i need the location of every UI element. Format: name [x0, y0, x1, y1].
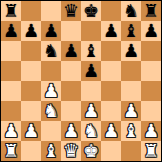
- square-h4[interactable]: [141, 81, 161, 101]
- piece-black-queen[interactable]: ♛: [63, 1, 79, 21]
- chess-board: ♜♛♚♞♜♟♟♟♟♝♟♞♟♝♟♟♟♞♟♟♟♟♟♞♟♝♟♜♝♛♚♜: [0, 0, 162, 162]
- square-h1[interactable]: ♜: [141, 141, 161, 161]
- square-f8[interactable]: [101, 1, 121, 21]
- square-d2[interactable]: ♟: [61, 121, 81, 141]
- piece-white-bishop[interactable]: ♝: [123, 121, 139, 141]
- square-b7[interactable]: ♟: [21, 21, 41, 41]
- square-d3[interactable]: [61, 101, 81, 121]
- piece-white-king[interactable]: ♚: [83, 141, 99, 161]
- piece-black-knight[interactable]: ♞: [43, 41, 59, 61]
- piece-black-pawn[interactable]: ♟: [43, 21, 59, 41]
- piece-white-pawn[interactable]: ♟: [23, 121, 39, 141]
- square-d1[interactable]: ♛: [61, 141, 81, 161]
- square-g4[interactable]: [121, 81, 141, 101]
- square-a5[interactable]: [1, 61, 21, 81]
- piece-white-queen[interactable]: ♛: [63, 141, 79, 161]
- piece-white-rook[interactable]: ♜: [3, 141, 19, 161]
- square-e2[interactable]: ♞: [81, 121, 101, 141]
- piece-black-pawn[interactable]: ♟: [23, 21, 39, 41]
- square-g5[interactable]: [121, 61, 141, 81]
- square-g1[interactable]: [121, 141, 141, 161]
- square-d8[interactable]: ♛: [61, 1, 81, 21]
- square-c4[interactable]: ♟: [41, 81, 61, 101]
- piece-white-pawn[interactable]: ♟: [143, 121, 159, 141]
- square-h2[interactable]: ♟: [141, 121, 161, 141]
- square-a1[interactable]: ♜: [1, 141, 21, 161]
- square-b5[interactable]: [21, 61, 41, 81]
- piece-black-rook[interactable]: ♜: [143, 1, 159, 21]
- square-d4[interactable]: [61, 81, 81, 101]
- piece-black-bishop[interactable]: ♝: [83, 41, 99, 61]
- square-c6[interactable]: ♞: [41, 41, 61, 61]
- square-e6[interactable]: ♝: [81, 41, 101, 61]
- piece-white-pawn[interactable]: ♟: [43, 81, 59, 101]
- piece-white-pawn[interactable]: ♟: [3, 121, 19, 141]
- square-h5[interactable]: [141, 61, 161, 81]
- piece-black-pawn[interactable]: ♟: [123, 41, 139, 61]
- square-e8[interactable]: ♚: [81, 1, 101, 21]
- square-d6[interactable]: ♟: [61, 41, 81, 61]
- piece-white-pawn[interactable]: ♟: [123, 101, 139, 121]
- piece-white-rook[interactable]: ♜: [143, 141, 159, 161]
- square-a2[interactable]: ♟: [1, 121, 21, 141]
- piece-black-pawn[interactable]: ♟: [63, 41, 79, 61]
- square-g2[interactable]: ♝: [121, 121, 141, 141]
- square-d5[interactable]: [61, 61, 81, 81]
- square-d7[interactable]: [61, 21, 81, 41]
- piece-white-knight[interactable]: ♞: [43, 101, 59, 121]
- square-a4[interactable]: [1, 81, 21, 101]
- piece-white-pawn[interactable]: ♟: [63, 121, 79, 141]
- square-c2[interactable]: [41, 121, 61, 141]
- piece-white-knight[interactable]: ♞: [83, 121, 99, 141]
- square-g3[interactable]: ♟: [121, 101, 141, 121]
- piece-black-pawn[interactable]: ♟: [103, 21, 119, 41]
- square-b4[interactable]: [21, 81, 41, 101]
- square-e4[interactable]: [81, 81, 101, 101]
- square-f4[interactable]: [101, 81, 121, 101]
- square-b3[interactable]: [21, 101, 41, 121]
- square-h6[interactable]: [141, 41, 161, 61]
- square-f7[interactable]: ♟: [101, 21, 121, 41]
- piece-black-rook[interactable]: ♜: [3, 1, 19, 21]
- square-c5[interactable]: [41, 61, 61, 81]
- square-e3[interactable]: ♟: [81, 101, 101, 121]
- square-f5[interactable]: [101, 61, 121, 81]
- square-b2[interactable]: ♟: [21, 121, 41, 141]
- piece-white-bishop[interactable]: ♝: [43, 141, 59, 161]
- square-b6[interactable]: [21, 41, 41, 61]
- square-e7[interactable]: [81, 21, 101, 41]
- square-c3[interactable]: ♞: [41, 101, 61, 121]
- square-e1[interactable]: ♚: [81, 141, 101, 161]
- piece-black-pawn[interactable]: ♟: [83, 61, 99, 81]
- square-g8[interactable]: ♞: [121, 1, 141, 21]
- square-c7[interactable]: ♟: [41, 21, 61, 41]
- piece-white-pawn[interactable]: ♟: [103, 121, 119, 141]
- square-f2[interactable]: ♟: [101, 121, 121, 141]
- square-c8[interactable]: [41, 1, 61, 21]
- square-h3[interactable]: [141, 101, 161, 121]
- square-f3[interactable]: [101, 101, 121, 121]
- square-g6[interactable]: ♟: [121, 41, 141, 61]
- square-a7[interactable]: ♟: [1, 21, 21, 41]
- piece-black-knight[interactable]: ♞: [123, 1, 139, 21]
- piece-black-pawn[interactable]: ♟: [143, 21, 159, 41]
- square-e5[interactable]: ♟: [81, 61, 101, 81]
- square-b8[interactable]: [21, 1, 41, 21]
- piece-black-king[interactable]: ♚: [83, 1, 99, 21]
- square-f6[interactable]: [101, 41, 121, 61]
- square-a6[interactable]: [1, 41, 21, 61]
- square-g7[interactable]: ♝: [121, 21, 141, 41]
- square-f1[interactable]: [101, 141, 121, 161]
- piece-black-pawn[interactable]: ♟: [3, 21, 19, 41]
- square-h7[interactable]: ♟: [141, 21, 161, 41]
- piece-white-pawn[interactable]: ♟: [83, 101, 99, 121]
- square-c1[interactable]: ♝: [41, 141, 61, 161]
- square-a8[interactable]: ♜: [1, 1, 21, 21]
- square-h8[interactable]: ♜: [141, 1, 161, 21]
- square-a3[interactable]: [1, 101, 21, 121]
- square-b1[interactable]: [21, 141, 41, 161]
- piece-black-bishop[interactable]: ♝: [123, 21, 139, 41]
